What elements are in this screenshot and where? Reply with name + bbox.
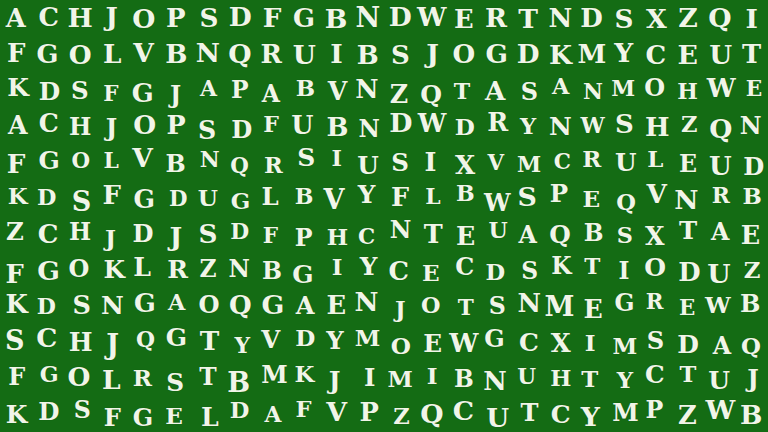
grid-cell[interactable]: O <box>416 288 448 324</box>
grid-cell[interactable]: S <box>384 144 416 180</box>
grid-cell[interactable]: I <box>416 360 448 396</box>
grid-cell[interactable]: C <box>640 36 672 72</box>
grid-cell[interactable]: S <box>64 180 96 216</box>
grid-cell[interactable]: D <box>32 72 64 108</box>
grid-cell[interactable]: I <box>576 324 608 360</box>
grid-cell[interactable]: C <box>32 0 64 36</box>
grid-cell[interactable]: W <box>416 0 448 36</box>
grid-cell[interactable]: P <box>288 216 320 252</box>
grid-cell[interactable]: A <box>704 324 736 360</box>
grid-cell[interactable]: G <box>480 36 512 72</box>
grid-cell[interactable]: H <box>64 0 96 36</box>
grid-cell[interactable]: F <box>256 108 288 144</box>
grid-cell[interactable]: X <box>544 324 576 360</box>
grid-cell[interactable]: U <box>704 252 736 288</box>
grid-cell[interactable]: Q <box>128 324 160 360</box>
grid-cell[interactable]: A <box>288 288 320 324</box>
grid-cell[interactable]: N <box>736 108 768 144</box>
grid-cell[interactable]: O <box>64 360 96 396</box>
grid-cell[interactable]: E <box>160 396 192 432</box>
grid-cell[interactable]: T <box>416 216 448 252</box>
grid-cell[interactable]: J <box>416 36 448 72</box>
grid-cell[interactable]: T <box>512 396 544 432</box>
grid-cell[interactable]: D <box>448 108 480 144</box>
grid-letter: T <box>742 41 761 67</box>
grid-cell[interactable]: N <box>480 360 512 396</box>
grid-cell[interactable]: S <box>192 108 224 144</box>
grid-cell[interactable]: Z <box>0 216 32 252</box>
grid-cell[interactable]: M <box>512 144 544 180</box>
grid-letter: Z <box>678 4 698 31</box>
grid-cell[interactable]: G <box>288 0 320 36</box>
grid-cell[interactable]: X <box>640 216 672 252</box>
grid-cell[interactable]: L <box>192 396 224 432</box>
grid-cell[interactable]: B <box>256 252 288 288</box>
grid-cell[interactable]: S <box>64 396 96 432</box>
grid-cell[interactable]: S <box>608 0 640 36</box>
grid-cell[interactable]: J <box>96 216 128 252</box>
grid-cell[interactable]: D <box>672 324 704 360</box>
grid-cell[interactable]: T <box>576 360 608 396</box>
grid-cell[interactable]: U <box>704 36 736 72</box>
grid-cell[interactable]: Y <box>224 324 256 360</box>
grid-cell[interactable]: O <box>64 252 96 288</box>
grid-cell[interactable]: S <box>480 288 512 324</box>
grid-cell[interactable]: B <box>160 36 192 72</box>
grid-cell[interactable]: P <box>352 396 384 432</box>
grid-cell[interactable]: Q <box>224 288 256 324</box>
grid-cell[interactable]: W <box>704 72 736 108</box>
grid-cell[interactable]: Q <box>224 36 256 72</box>
grid-cell[interactable]: L <box>640 144 672 180</box>
grid-cell[interactable]: R <box>480 0 512 36</box>
grid-cell[interactable]: F <box>0 36 32 72</box>
grid-cell[interactable]: N <box>352 0 384 36</box>
grid-cell[interactable]: Y <box>576 396 608 432</box>
grid-cell[interactable]: U <box>704 360 736 396</box>
grid-cell[interactable]: D <box>32 288 64 324</box>
grid-cell[interactable]: G <box>128 180 160 216</box>
grid-cell[interactable]: P <box>160 108 192 144</box>
grid-cell[interactable]: S <box>0 324 32 360</box>
grid-cell[interactable]: B <box>320 0 352 36</box>
grid-cell[interactable]: A <box>544 72 576 108</box>
grid-cell[interactable]: W <box>704 396 736 432</box>
grid-cell[interactable]: M <box>608 396 640 432</box>
grid-cell[interactable]: U <box>480 216 512 252</box>
grid-cell[interactable]: L <box>416 180 448 216</box>
grid-cell[interactable]: A <box>480 72 512 108</box>
grid-cell[interactable]: L <box>96 360 128 396</box>
grid-cell[interactable]: O <box>64 36 96 72</box>
grid-cell[interactable]: G <box>608 288 640 324</box>
grid-cell[interactable]: A <box>160 288 192 324</box>
grid-cell[interactable]: E <box>320 288 352 324</box>
grid-cell[interactable]: W <box>480 180 512 216</box>
grid-cell[interactable]: C <box>544 396 576 432</box>
grid-cell[interactable]: C <box>32 216 64 252</box>
grid-cell[interactable]: H <box>320 216 352 252</box>
grid-cell[interactable]: N <box>544 0 576 36</box>
grid-cell[interactable]: J <box>320 360 352 396</box>
grid-cell[interactable]: X <box>448 144 480 180</box>
grid-cell[interactable]: A <box>704 216 736 252</box>
grid-cell[interactable]: O <box>384 324 416 360</box>
grid-cell[interactable]: C <box>544 144 576 180</box>
grid-letter: M <box>354 326 380 349</box>
grid-cell[interactable]: C <box>512 324 544 360</box>
grid-cell[interactable]: M <box>608 72 640 108</box>
grid-cell[interactable]: Q <box>416 72 448 108</box>
grid-cell[interactable]: H <box>64 324 96 360</box>
grid-cell[interactable]: F <box>96 180 128 216</box>
grid-cell[interactable]: V <box>640 180 672 216</box>
grid-cell[interactable]: F <box>0 252 32 288</box>
grid-cell[interactable]: S <box>384 36 416 72</box>
grid-cell[interactable]: S <box>608 216 640 252</box>
grid-cell[interactable]: J <box>96 324 128 360</box>
grid-cell[interactable]: M <box>384 360 416 396</box>
grid-cell[interactable]: C <box>32 108 64 144</box>
grid-cell[interactable]: J <box>96 0 128 36</box>
grid-cell[interactable]: Q <box>416 396 448 432</box>
grid-cell[interactable]: D <box>224 396 256 432</box>
grid-cell[interactable]: L <box>96 144 128 180</box>
grid-cell[interactable]: I <box>320 144 352 180</box>
grid-cell[interactable]: J <box>160 216 192 252</box>
grid-cell[interactable]: S <box>512 252 544 288</box>
grid-cell[interactable]: M <box>576 36 608 72</box>
grid-cell[interactable]: U <box>288 108 320 144</box>
grid-cell[interactable]: D <box>224 216 256 252</box>
grid-cell[interactable]: I <box>416 144 448 180</box>
grid-cell[interactable]: G <box>160 324 192 360</box>
grid-cell[interactable]: H <box>544 360 576 396</box>
grid-cell[interactable]: F <box>96 396 128 432</box>
grid-cell[interactable]: R <box>480 108 512 144</box>
grid-cell[interactable]: B <box>736 288 768 324</box>
grid-cell[interactable]: W <box>576 108 608 144</box>
grid-cell[interactable]: O <box>64 144 96 180</box>
grid-cell[interactable]: F <box>384 180 416 216</box>
grid-cell[interactable]: T <box>736 36 768 72</box>
grid-cell[interactable]: O <box>640 252 672 288</box>
grid-cell[interactable]: K <box>0 180 32 216</box>
grid-cell[interactable]: Y <box>352 180 384 216</box>
grid-cell[interactable]: E <box>672 288 704 324</box>
grid-cell[interactable]: U <box>480 396 512 432</box>
grid-cell[interactable]: I <box>608 252 640 288</box>
grid-cell[interactable]: B <box>224 360 256 396</box>
grid-cell[interactable]: U <box>192 180 224 216</box>
grid-cell[interactable]: E <box>576 288 608 324</box>
grid-letter: U <box>198 186 218 209</box>
grid-cell[interactable]: U <box>352 144 384 180</box>
grid-cell[interactable]: I <box>352 360 384 396</box>
grid-cell[interactable]: B <box>736 180 768 216</box>
grid-letter: J <box>395 298 406 320</box>
grid-cell[interactable]: D <box>384 0 416 36</box>
grid-cell[interactable]: R <box>704 180 736 216</box>
grid-cell[interactable]: C <box>640 360 672 396</box>
grid-cell[interactable]: Q <box>704 0 736 36</box>
grid-cell[interactable]: M <box>256 360 288 396</box>
grid-cell[interactable]: S <box>64 288 96 324</box>
grid-cell[interactable]: M <box>608 324 640 360</box>
grid-cell[interactable]: Z <box>384 72 416 108</box>
grid-cell[interactable]: Q <box>704 108 736 144</box>
grid-cell[interactable]: D <box>736 144 768 180</box>
grid-cell[interactable]: V <box>320 180 352 216</box>
grid-cell[interactable]: G <box>288 252 320 288</box>
grid-cell[interactable]: U <box>512 360 544 396</box>
grid-cell[interactable]: R <box>256 36 288 72</box>
grid-cell[interactable]: E <box>416 252 448 288</box>
grid-cell[interactable]: S <box>512 72 544 108</box>
grid-cell[interactable]: D <box>384 108 416 144</box>
grid-cell[interactable]: K <box>544 36 576 72</box>
grid-cell[interactable]: L <box>96 36 128 72</box>
grid-cell[interactable]: Q <box>736 324 768 360</box>
grid-cell[interactable]: N <box>192 36 224 72</box>
grid-cell[interactable]: D <box>224 0 256 36</box>
grid-cell[interactable]: F <box>0 360 32 396</box>
grid-cell[interactable]: V <box>320 396 352 432</box>
grid-cell[interactable]: V <box>128 36 160 72</box>
grid-cell[interactable]: Q <box>608 180 640 216</box>
grid-cell[interactable]: W <box>416 108 448 144</box>
grid-cell[interactable]: I <box>320 36 352 72</box>
grid-cell[interactable]: G <box>32 252 64 288</box>
grid-cell[interactable]: G <box>128 72 160 108</box>
grid-cell[interactable]: F <box>96 72 128 108</box>
grid-cell[interactable]: A <box>0 108 32 144</box>
grid-cell[interactable]: J <box>736 360 768 396</box>
grid-cell[interactable]: L <box>256 180 288 216</box>
grid-cell[interactable]: W <box>704 288 736 324</box>
grid-cell[interactable]: I <box>320 252 352 288</box>
grid-cell[interactable]: L <box>128 252 160 288</box>
grid-cell[interactable]: T <box>576 252 608 288</box>
grid-cell[interactable]: A <box>256 72 288 108</box>
grid-cell[interactable]: R <box>640 288 672 324</box>
grid-cell[interactable]: J <box>384 288 416 324</box>
grid-cell[interactable]: D <box>288 324 320 360</box>
grid-cell[interactable]: B <box>288 72 320 108</box>
grid-cell[interactable]: G <box>224 180 256 216</box>
grid-cell[interactable]: H <box>672 72 704 108</box>
grid-cell[interactable]: J <box>160 72 192 108</box>
grid-cell[interactable]: Y <box>512 108 544 144</box>
grid-cell[interactable]: H <box>64 108 96 144</box>
grid-cell[interactable]: X <box>640 0 672 36</box>
grid-cell[interactable]: Z <box>672 108 704 144</box>
grid-cell[interactable]: D <box>128 216 160 252</box>
grid-cell[interactable]: S <box>192 216 224 252</box>
grid-cell[interactable]: G <box>32 36 64 72</box>
grid-cell[interactable]: S <box>160 360 192 396</box>
grid-cell[interactable]: Z <box>736 252 768 288</box>
grid-cell[interactable]: C <box>352 216 384 252</box>
grid-cell[interactable]: E <box>672 36 704 72</box>
grid-cell[interactable]: N <box>384 216 416 252</box>
grid-cell[interactable]: P <box>160 0 192 36</box>
grid-cell[interactable]: H <box>64 216 96 252</box>
grid-cell[interactable]: Q <box>544 216 576 252</box>
grid-cell[interactable]: S <box>192 0 224 36</box>
grid-cell[interactable]: H <box>640 108 672 144</box>
grid-cell[interactable]: D <box>480 252 512 288</box>
grid-letter: H <box>645 114 670 140</box>
grid-cell[interactable]: P <box>640 396 672 432</box>
grid-cell[interactable]: N <box>352 108 384 144</box>
grid-cell[interactable]: Q <box>224 144 256 180</box>
grid-cell[interactable]: G <box>32 144 64 180</box>
grid-letter: Y <box>234 335 250 357</box>
grid-cell[interactable]: N <box>576 72 608 108</box>
grid-cell[interactable]: N <box>224 252 256 288</box>
grid-cell[interactable]: F <box>256 216 288 252</box>
grid-cell[interactable]: Y <box>320 324 352 360</box>
grid-cell[interactable]: S <box>608 108 640 144</box>
grid-cell[interactable]: K <box>0 288 32 324</box>
grid-cell[interactable]: D <box>224 108 256 144</box>
grid-cell[interactable]: Y <box>352 252 384 288</box>
grid-cell[interactable]: U <box>288 36 320 72</box>
grid-cell[interactable]: G <box>32 360 64 396</box>
grid-cell[interactable]: W <box>448 324 480 360</box>
grid-cell[interactable]: Z <box>672 0 704 36</box>
grid-cell[interactable]: T <box>672 216 704 252</box>
grid-cell[interactable]: B <box>352 36 384 72</box>
grid-cell[interactable]: M <box>352 324 384 360</box>
grid-cell[interactable]: D <box>512 36 544 72</box>
grid-cell[interactable]: A <box>256 396 288 432</box>
grid-cell[interactable]: U <box>608 144 640 180</box>
grid-cell[interactable]: S <box>512 180 544 216</box>
grid-cell[interactable]: A <box>0 0 32 36</box>
grid-cell[interactable]: D <box>32 180 64 216</box>
grid-cell[interactable]: J <box>96 108 128 144</box>
grid-cell[interactable]: V <box>320 72 352 108</box>
grid-cell[interactable]: T <box>512 0 544 36</box>
grid-cell[interactable]: O <box>128 0 160 36</box>
grid-cell[interactable]: Z <box>672 396 704 432</box>
grid-cell[interactable]: E <box>416 324 448 360</box>
grid-cell[interactable]: V <box>256 324 288 360</box>
grid-cell[interactable]: Y <box>608 36 640 72</box>
grid-cell[interactable]: N <box>96 288 128 324</box>
grid-letter: K <box>5 402 27 427</box>
grid-cell[interactable]: B <box>288 180 320 216</box>
grid-cell[interactable]: K <box>0 396 32 432</box>
grid-cell[interactable]: C <box>448 252 480 288</box>
grid-cell[interactable]: F <box>0 144 32 180</box>
grid-cell[interactable]: T <box>672 360 704 396</box>
grid-cell[interactable]: E <box>448 216 480 252</box>
grid-cell[interactable]: B <box>320 108 352 144</box>
grid-cell[interactable]: K <box>544 252 576 288</box>
grid-cell[interactable]: D <box>576 0 608 36</box>
grid-cell[interactable]: E <box>736 216 768 252</box>
grid-cell[interactable]: G <box>128 288 160 324</box>
grid-cell[interactable]: D <box>672 252 704 288</box>
grid-cell[interactable]: F <box>256 0 288 36</box>
grid-cell[interactable]: N <box>544 108 576 144</box>
grid-cell[interactable]: K <box>288 360 320 396</box>
grid-cell[interactable]: N <box>672 180 704 216</box>
grid-cell[interactable]: T <box>192 324 224 360</box>
grid-cell[interactable]: K <box>96 252 128 288</box>
grid-cell[interactable]: Z <box>384 396 416 432</box>
grid-cell[interactable]: G <box>128 396 160 432</box>
grid-cell[interactable]: O <box>448 36 480 72</box>
grid-cell[interactable]: R <box>256 144 288 180</box>
grid-cell[interactable]: S <box>288 144 320 180</box>
grid-cell[interactable]: F <box>288 396 320 432</box>
grid-cell[interactable]: T <box>448 72 480 108</box>
grid-cell[interactable]: I <box>736 0 768 36</box>
grid-letter: H <box>69 220 91 243</box>
grid-cell[interactable]: V <box>128 144 160 180</box>
grid-cell[interactable]: T <box>448 288 480 324</box>
grid-cell[interactable]: N <box>352 288 384 324</box>
grid-cell[interactable]: Y <box>608 360 640 396</box>
grid-cell[interactable]: B <box>160 144 192 180</box>
grid-cell[interactable]: G <box>480 324 512 360</box>
grid-cell[interactable]: D <box>160 180 192 216</box>
grid-cell[interactable]: P <box>544 180 576 216</box>
grid-cell[interactable]: O <box>192 288 224 324</box>
grid-cell[interactable]: N <box>352 72 384 108</box>
grid-cell[interactable]: B <box>736 396 768 432</box>
grid-cell[interactable]: P <box>224 72 256 108</box>
grid-cell[interactable]: A <box>512 216 544 252</box>
grid-cell[interactable]: T <box>192 360 224 396</box>
grid-cell[interactable]: E <box>448 0 480 36</box>
grid-cell[interactable]: O <box>640 72 672 108</box>
grid-cell[interactable]: K <box>0 72 32 108</box>
grid-cell[interactable]: E <box>672 144 704 180</box>
grid-cell[interactable]: B <box>576 216 608 252</box>
grid-cell[interactable]: E <box>576 180 608 216</box>
grid-cell[interactable]: R <box>160 252 192 288</box>
grid-letter: C <box>38 221 59 247</box>
grid-cell[interactable]: V <box>480 144 512 180</box>
grid-cell[interactable]: A <box>192 72 224 108</box>
grid-cell[interactable]: S <box>64 72 96 108</box>
grid-cell[interactable]: C <box>384 252 416 288</box>
grid-cell[interactable]: M <box>544 288 576 324</box>
grid-cell[interactable]: E <box>736 72 768 108</box>
grid-cell[interactable]: C <box>32 324 64 360</box>
grid-cell[interactable]: B <box>448 180 480 216</box>
grid-cell[interactable]: C <box>448 396 480 432</box>
grid-letter: H <box>69 115 91 139</box>
grid-cell[interactable]: D <box>32 396 64 432</box>
grid-cell[interactable]: G <box>256 288 288 324</box>
grid-letter: W <box>707 76 736 102</box>
grid-cell[interactable]: Z <box>192 252 224 288</box>
grid-cell[interactable]: N <box>512 288 544 324</box>
grid-cell[interactable]: U <box>704 144 736 180</box>
grid-cell[interactable]: R <box>576 144 608 180</box>
grid-cell[interactable]: B <box>448 360 480 396</box>
grid-cell[interactable]: R <box>128 360 160 396</box>
grid-cell[interactable]: O <box>128 108 160 144</box>
grid-cell[interactable]: N <box>192 144 224 180</box>
grid-cell[interactable]: S <box>640 324 672 360</box>
